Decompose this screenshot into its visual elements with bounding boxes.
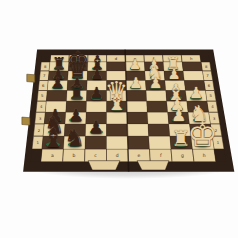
piece-black-pawn-a6[interactable]: ♟ xyxy=(51,76,64,91)
piece-black-rook-b5[interactable]: ♜ xyxy=(69,84,85,102)
piece-black-knight-b1[interactable]: ♞ xyxy=(64,126,85,150)
pieces-layer: ♜♚♝♟♟♜♟♛♟♞♟♟♟♟♟♜♟♛♝♟♝♟♟♟♟♞♞♟♜♚♝♞ xyxy=(0,0,238,238)
piece-white-pawn-f6[interactable]: ♟ xyxy=(149,76,162,91)
piece-white-pawn-g3[interactable]: ♟ xyxy=(171,107,186,124)
chess-set: aabbccddeeffgghh8877665544332211♜♚♝♟♟♜♟♛… xyxy=(0,0,238,238)
piece-black-pawn-c7[interactable]: ♟ xyxy=(91,67,104,81)
piece-black-pawn-b3[interactable]: ♟ xyxy=(68,107,83,124)
piece-white-pawn-e6[interactable]: ♟ xyxy=(129,76,142,91)
piece-white-king-h1[interactable]: ♚ xyxy=(187,118,217,152)
piece-black-bishop-a1[interactable]: ♝ xyxy=(42,124,65,150)
piece-black-pawn-c5[interactable]: ♟ xyxy=(90,86,104,101)
product-photo: aabbccddeeffgghh8877665544332211♜♚♝♟♟♜♟♛… xyxy=(0,0,238,238)
piece-black-pawn-c2[interactable]: ♟ xyxy=(88,119,104,136)
piece-white-bishop-d4[interactable]: ♝ xyxy=(106,91,127,114)
piece-white-pawn-h5[interactable]: ♟ xyxy=(189,86,203,101)
piece-white-pawn-e8[interactable]: ♟ xyxy=(129,58,141,71)
